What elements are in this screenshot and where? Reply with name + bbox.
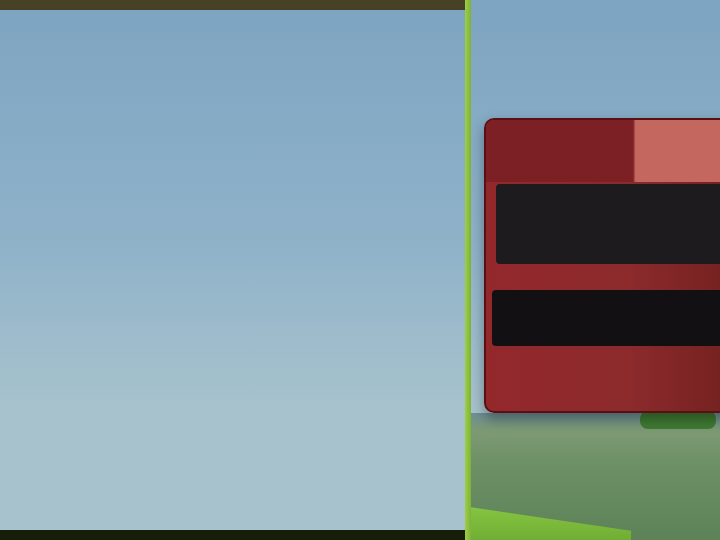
board-top-strip [0, 0, 465, 10]
background-bush [640, 411, 716, 429]
board-right-edge [465, 0, 471, 540]
board-bottom-strip [0, 530, 465, 540]
chess-board[interactable] [0, 10, 458, 530]
assistant-panel [484, 118, 720, 413]
moods-well [492, 290, 720, 346]
move-arrows [0, 10, 458, 530]
tabs-well [496, 184, 720, 264]
screen [0, 0, 720, 540]
panel-header [486, 120, 720, 182]
